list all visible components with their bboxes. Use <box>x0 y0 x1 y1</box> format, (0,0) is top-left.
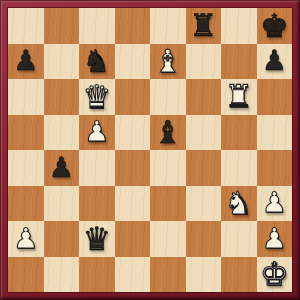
square-h6[interactable] <box>257 79 293 115</box>
black-rook-f8: ♜ <box>189 10 217 41</box>
square-d3[interactable] <box>115 186 151 222</box>
square-a4[interactable] <box>8 150 44 186</box>
square-a5[interactable] <box>8 115 44 151</box>
square-h3[interactable]: ♟ <box>257 186 293 222</box>
square-e5[interactable]: ♝ <box>150 115 186 151</box>
square-g8[interactable] <box>221 8 257 44</box>
square-c4[interactable] <box>79 150 115 186</box>
square-e3[interactable] <box>150 186 186 222</box>
square-b6[interactable] <box>44 79 80 115</box>
square-h5[interactable] <box>257 115 293 151</box>
square-f1[interactable] <box>186 257 222 293</box>
square-c2[interactable]: ♛ <box>79 221 115 257</box>
square-f7[interactable] <box>186 44 222 80</box>
square-e4[interactable] <box>150 150 186 186</box>
square-h2[interactable]: ♟ <box>257 221 293 257</box>
white-bishop-e7: ♝ <box>154 46 182 77</box>
square-h1[interactable]: ♚ <box>257 257 293 293</box>
square-a6[interactable] <box>8 79 44 115</box>
square-f6[interactable] <box>186 79 222 115</box>
square-g3[interactable]: ♞ <box>221 186 257 222</box>
square-d4[interactable] <box>115 150 151 186</box>
square-g2[interactable] <box>221 221 257 257</box>
square-f4[interactable] <box>186 150 222 186</box>
square-d7[interactable] <box>115 44 151 80</box>
white-king-h1: ♚ <box>260 258 289 290</box>
chess-board: ♜♚♟♞♝♟♛♜♟♝♟♞♟♟♛♟♚ <box>8 8 292 292</box>
square-g1[interactable] <box>221 257 257 293</box>
square-b4[interactable]: ♟ <box>44 150 80 186</box>
square-e6[interactable] <box>150 79 186 115</box>
black-king-h8: ♚ <box>260 10 289 42</box>
square-d1[interactable] <box>115 257 151 293</box>
white-rook-g6: ♜ <box>225 81 253 112</box>
square-a8[interactable] <box>8 8 44 44</box>
square-h7[interactable]: ♟ <box>257 44 293 80</box>
square-g4[interactable] <box>221 150 257 186</box>
square-e1[interactable] <box>150 257 186 293</box>
square-b5[interactable] <box>44 115 80 151</box>
square-d2[interactable] <box>115 221 151 257</box>
black-pawn-a7: ♟ <box>13 47 38 75</box>
square-h8[interactable]: ♚ <box>257 8 293 44</box>
square-d5[interactable] <box>115 115 151 151</box>
white-queen-c6: ♛ <box>82 81 111 113</box>
square-c1[interactable] <box>79 257 115 293</box>
white-pawn-h3: ♟ <box>262 189 287 217</box>
board-frame: ♜♚♟♞♝♟♛♜♟♝♟♞♟♟♛♟♚ <box>0 0 300 300</box>
square-d6[interactable] <box>115 79 151 115</box>
square-a2[interactable]: ♟ <box>8 221 44 257</box>
black-pawn-h7: ♟ <box>262 47 287 75</box>
black-bishop-e5: ♝ <box>154 117 182 148</box>
square-b8[interactable] <box>44 8 80 44</box>
square-a7[interactable]: ♟ <box>8 44 44 80</box>
square-h4[interactable] <box>257 150 293 186</box>
square-c7[interactable]: ♞ <box>79 44 115 80</box>
square-f3[interactable] <box>186 186 222 222</box>
square-b1[interactable] <box>44 257 80 293</box>
white-pawn-h2: ♟ <box>262 225 287 253</box>
black-pawn-b4: ♟ <box>49 154 74 182</box>
black-knight-c7: ♞ <box>83 46 111 77</box>
square-c6[interactable]: ♛ <box>79 79 115 115</box>
square-b7[interactable] <box>44 44 80 80</box>
square-c5[interactable]: ♟ <box>79 115 115 151</box>
square-c8[interactable] <box>79 8 115 44</box>
black-queen-c2: ♛ <box>82 223 111 255</box>
square-b3[interactable] <box>44 186 80 222</box>
square-g6[interactable]: ♜ <box>221 79 257 115</box>
white-knight-g3: ♞ <box>225 188 253 219</box>
square-a3[interactable] <box>8 186 44 222</box>
square-f5[interactable] <box>186 115 222 151</box>
square-a1[interactable] <box>8 257 44 293</box>
square-c3[interactable] <box>79 186 115 222</box>
white-pawn-a2: ♟ <box>13 225 38 253</box>
square-e7[interactable]: ♝ <box>150 44 186 80</box>
square-b2[interactable] <box>44 221 80 257</box>
square-g5[interactable] <box>221 115 257 151</box>
square-g7[interactable] <box>221 44 257 80</box>
square-f8[interactable]: ♜ <box>186 8 222 44</box>
white-pawn-c5: ♟ <box>84 118 109 146</box>
square-e8[interactable] <box>150 8 186 44</box>
square-e2[interactable] <box>150 221 186 257</box>
square-d8[interactable] <box>115 8 151 44</box>
square-f2[interactable] <box>186 221 222 257</box>
